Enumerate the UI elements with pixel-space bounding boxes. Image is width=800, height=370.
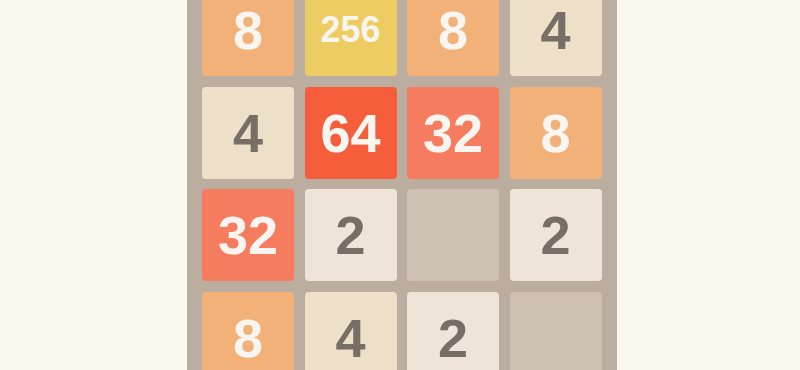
game-stage: 8 256 8 4 4 64 32 8 32 2 2 8 4 2 <box>0 0 800 370</box>
board-cell-r2c0: 32 <box>202 189 294 281</box>
board-cell-r3c3 <box>510 292 602 370</box>
board-cell-r3c2: 2 <box>407 292 499 370</box>
board-cell-r1c3: 8 <box>510 87 602 179</box>
board-cell-r1c2: 32 <box>407 87 499 179</box>
board-cell-r0c3: 4 <box>510 0 602 76</box>
board-cell-r0c1: 256 <box>305 0 397 76</box>
board-cell-r3c1: 4 <box>305 292 397 370</box>
board-2048[interactable]: 8 256 8 4 4 64 32 8 32 2 2 8 4 2 <box>202 0 602 370</box>
board-cell-r2c2 <box>407 189 499 281</box>
board-cell-r2c1: 2 <box>305 189 397 281</box>
board-cell-r1c1: 64 <box>305 87 397 179</box>
board-cell-r2c3: 2 <box>510 189 602 281</box>
board-cell-r3c0: 8 <box>202 292 294 370</box>
board-cell-r0c2: 8 <box>407 0 499 76</box>
board-cell-r1c0: 4 <box>202 87 294 179</box>
board-cell-r0c0: 8 <box>202 0 294 76</box>
